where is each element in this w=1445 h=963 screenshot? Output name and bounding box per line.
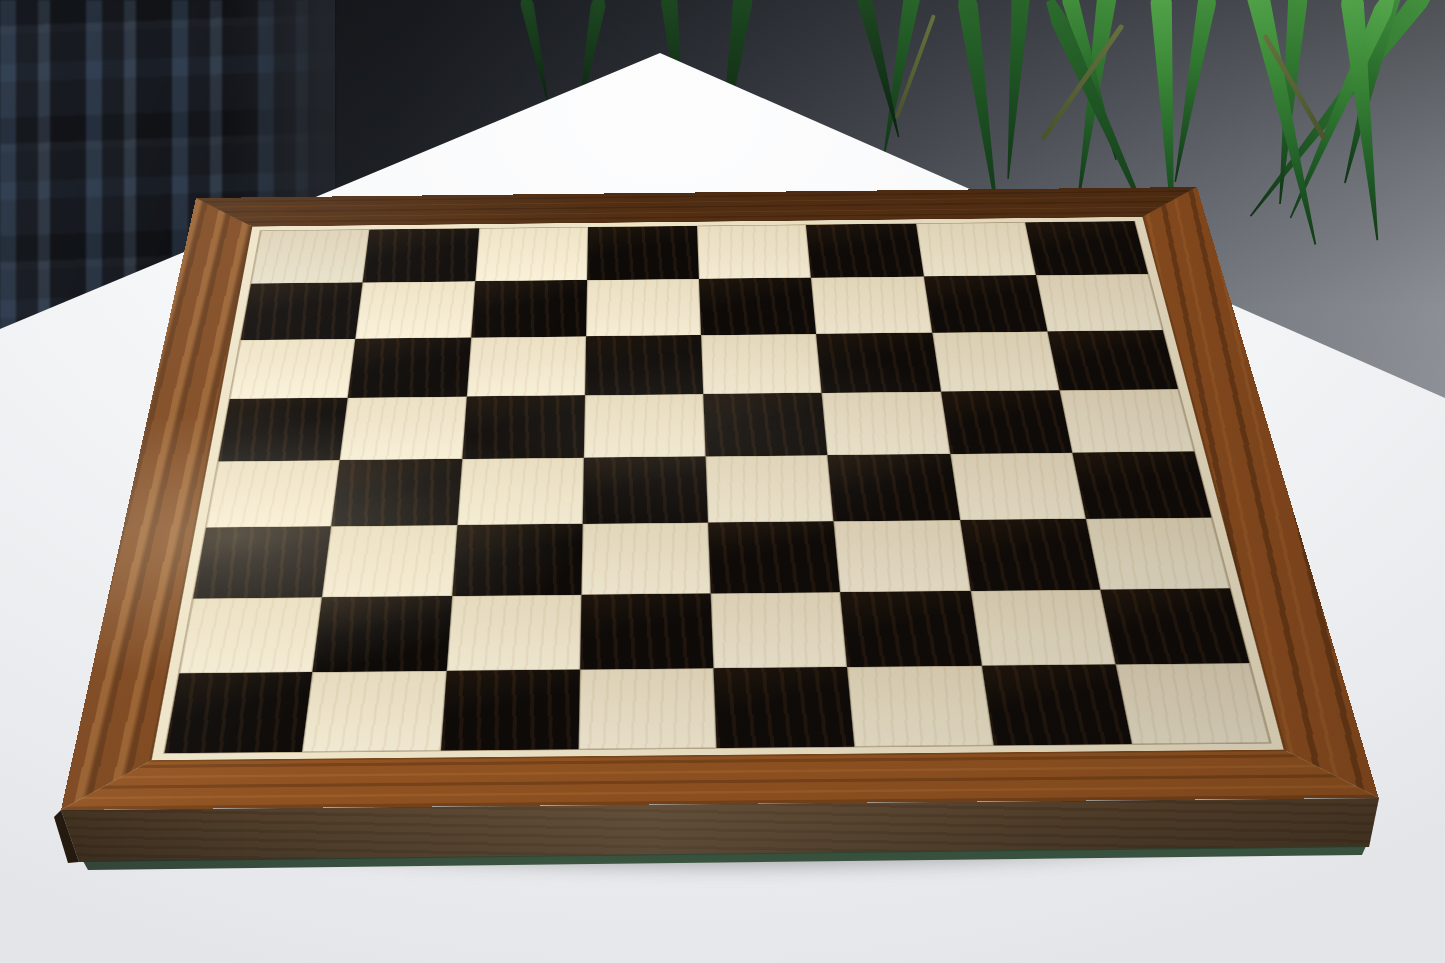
square-e7 bbox=[699, 278, 816, 335]
square-b2 bbox=[313, 596, 452, 672]
square-e6 bbox=[701, 334, 822, 394]
square-g5 bbox=[940, 390, 1072, 454]
palm-leaf bbox=[952, 0, 1010, 217]
square-g4 bbox=[950, 453, 1086, 521]
square-h3 bbox=[1086, 518, 1230, 590]
square-e4 bbox=[706, 455, 834, 523]
square-a3 bbox=[193, 526, 331, 598]
square-b5 bbox=[340, 396, 466, 460]
square-b1 bbox=[302, 671, 446, 752]
square-e1 bbox=[713, 667, 854, 748]
square-f2 bbox=[840, 591, 981, 667]
square-g2 bbox=[970, 589, 1115, 665]
square-f5 bbox=[822, 391, 950, 455]
square-g1 bbox=[981, 664, 1131, 745]
square-c6 bbox=[466, 336, 585, 396]
square-g6 bbox=[932, 331, 1060, 391]
square-c4 bbox=[457, 458, 584, 526]
square-a1 bbox=[165, 672, 313, 753]
square-h7 bbox=[1036, 274, 1163, 331]
squares-grid bbox=[163, 221, 1272, 754]
square-e3 bbox=[708, 521, 840, 593]
square-f7 bbox=[811, 277, 932, 334]
square-d8 bbox=[587, 226, 699, 280]
square-c8 bbox=[475, 227, 588, 281]
square-f6 bbox=[816, 332, 940, 392]
square-a8 bbox=[251, 230, 370, 284]
square-b4 bbox=[331, 459, 461, 527]
square-h2 bbox=[1100, 588, 1249, 664]
square-h5 bbox=[1059, 389, 1194, 453]
chess-board bbox=[61, 187, 1379, 810]
square-d7 bbox=[586, 279, 701, 336]
square-a7 bbox=[241, 283, 363, 340]
square-c2 bbox=[446, 594, 581, 670]
square-f4 bbox=[828, 454, 960, 522]
square-b6 bbox=[348, 337, 471, 397]
square-g8 bbox=[916, 222, 1036, 276]
square-b7 bbox=[356, 281, 475, 338]
square-e2 bbox=[711, 592, 848, 668]
square-h1 bbox=[1115, 663, 1270, 744]
square-f8 bbox=[806, 224, 923, 278]
square-a4 bbox=[206, 460, 340, 528]
square-h8 bbox=[1025, 221, 1148, 275]
square-g7 bbox=[923, 275, 1047, 332]
palm-leaf bbox=[996, 0, 1034, 180]
square-c7 bbox=[471, 280, 587, 337]
square-b3 bbox=[322, 525, 457, 597]
square-c1 bbox=[440, 669, 579, 750]
square-f3 bbox=[834, 520, 970, 592]
square-e8 bbox=[697, 225, 811, 279]
square-h6 bbox=[1047, 330, 1178, 390]
square-d4 bbox=[582, 456, 708, 524]
square-c3 bbox=[452, 524, 583, 596]
square-d2 bbox=[580, 593, 714, 669]
square-g3 bbox=[960, 519, 1100, 591]
square-a2 bbox=[179, 597, 322, 673]
square-d3 bbox=[581, 523, 711, 595]
square-a5 bbox=[218, 398, 348, 462]
square-a6 bbox=[230, 339, 356, 399]
scene bbox=[0, 0, 1445, 963]
square-b8 bbox=[363, 228, 479, 282]
square-d6 bbox=[585, 335, 703, 395]
square-f1 bbox=[847, 666, 993, 747]
palm-leaf bbox=[516, 0, 556, 104]
square-d5 bbox=[584, 394, 706, 458]
square-h4 bbox=[1072, 451, 1212, 518]
square-e5 bbox=[703, 393, 827, 457]
square-c5 bbox=[462, 395, 585, 459]
square-d1 bbox=[578, 668, 716, 749]
